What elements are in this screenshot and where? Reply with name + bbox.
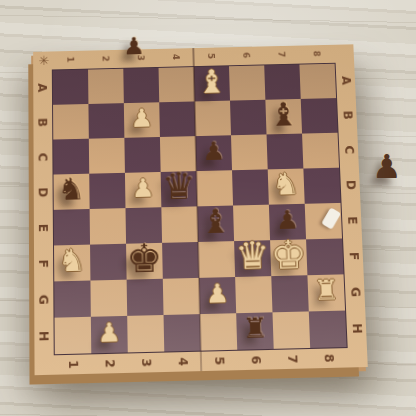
square-c6[interactable] bbox=[231, 134, 268, 170]
square-g6[interactable] bbox=[235, 276, 272, 313]
white-pawn-b3[interactable]: ♟ bbox=[130, 105, 153, 130]
square-h1[interactable] bbox=[55, 317, 92, 354]
square-c7[interactable] bbox=[267, 134, 304, 170]
square-b6[interactable] bbox=[230, 100, 267, 136]
square-b2[interactable] bbox=[88, 103, 124, 139]
square-d1[interactable]: ♞ bbox=[54, 174, 90, 210]
square-a4[interactable] bbox=[159, 67, 195, 102]
square-e1[interactable] bbox=[54, 209, 90, 245]
square-g2[interactable] bbox=[90, 280, 127, 317]
square-h3[interactable] bbox=[127, 315, 164, 352]
square-b7[interactable]: ♝ bbox=[265, 99, 302, 135]
square-c3[interactable] bbox=[124, 137, 160, 173]
square-b4[interactable] bbox=[159, 101, 195, 137]
dark-pawn-e7[interactable]: ♟ bbox=[275, 207, 299, 233]
white-pawn-h2[interactable]: ♟ bbox=[97, 319, 121, 346]
chess-board: ✳ 12345678 12345678 ABCDEFGH ABCDEFGH ♝♟… bbox=[33, 44, 368, 375]
square-f7[interactable]: ♚ bbox=[270, 239, 307, 276]
square-b3[interactable]: ♟ bbox=[124, 102, 160, 138]
square-f5[interactable] bbox=[198, 241, 235, 278]
square-h7[interactable] bbox=[272, 311, 310, 348]
square-a8[interactable] bbox=[299, 64, 336, 99]
square-a5[interactable]: ♝ bbox=[194, 66, 230, 101]
square-a1[interactable] bbox=[53, 70, 89, 105]
white-pawn-d3[interactable]: ♟ bbox=[131, 175, 155, 201]
square-a3[interactable] bbox=[123, 68, 159, 103]
square-g7[interactable] bbox=[271, 275, 309, 312]
square-d2[interactable] bbox=[89, 173, 125, 209]
square-g1[interactable] bbox=[54, 281, 91, 318]
dark-pawn-c5[interactable]: ♟ bbox=[202, 138, 226, 164]
square-d3[interactable]: ♟ bbox=[125, 172, 161, 208]
captured-dark-pawn[interactable]: ♟ bbox=[372, 150, 402, 183]
square-h2[interactable]: ♟ bbox=[91, 316, 128, 353]
square-c2[interactable] bbox=[89, 138, 125, 174]
dark-king-f3[interactable]: ♚ bbox=[126, 238, 163, 278]
square-f3[interactable]: ♚ bbox=[126, 243, 163, 280]
square-f8[interactable] bbox=[306, 238, 343, 275]
white-knight-d7[interactable]: ♞ bbox=[272, 169, 301, 200]
square-c5[interactable]: ♟ bbox=[195, 135, 232, 171]
square-d4[interactable]: ♛ bbox=[161, 171, 198, 207]
square-e5[interactable]: ♝ bbox=[197, 206, 234, 242]
dark-bishop-e5[interactable]: ♝ bbox=[200, 204, 231, 238]
square-b8[interactable] bbox=[301, 98, 338, 133]
white-rook-g8[interactable]: ♜ bbox=[313, 276, 339, 305]
square-g4[interactable] bbox=[163, 278, 200, 315]
dark-pawn-on-border[interactable]: ♟ bbox=[123, 34, 145, 58]
square-h5[interactable] bbox=[200, 313, 237, 350]
square-c1[interactable] bbox=[53, 139, 89, 175]
white-knight-f1[interactable]: ♞ bbox=[58, 245, 86, 276]
square-e2[interactable] bbox=[90, 208, 126, 244]
corner-star-icon: ✳ bbox=[36, 53, 52, 69]
dark-queen-d4[interactable]: ♛ bbox=[162, 167, 197, 205]
square-g8[interactable]: ♜ bbox=[307, 274, 345, 311]
square-c8[interactable] bbox=[302, 133, 339, 169]
square-a2[interactable] bbox=[88, 69, 124, 104]
square-d6[interactable] bbox=[232, 169, 269, 205]
dark-rook-h6[interactable]: ♜ bbox=[242, 314, 268, 343]
white-queen-f6[interactable]: ♛ bbox=[235, 236, 270, 274]
square-a6[interactable] bbox=[229, 65, 265, 100]
square-g3[interactable] bbox=[127, 279, 164, 316]
square-h6[interactable]: ♜ bbox=[236, 312, 274, 349]
square-h4[interactable] bbox=[164, 314, 201, 351]
square-f2[interactable] bbox=[90, 244, 127, 281]
file-labels-left: ABCDEFGH bbox=[34, 70, 52, 354]
square-f6[interactable]: ♛ bbox=[234, 240, 271, 277]
square-g5[interactable]: ♟ bbox=[199, 277, 236, 314]
floor: ✳ 12345678 12345678 ABCDEFGH ABCDEFGH ♝♟… bbox=[0, 0, 416, 416]
square-d7[interactable]: ♞ bbox=[268, 169, 305, 205]
white-pawn-g5[interactable]: ♟ bbox=[205, 280, 229, 307]
square-h8[interactable] bbox=[309, 311, 347, 348]
square-b1[interactable] bbox=[53, 104, 89, 140]
board-surface: ✳ 12345678 12345678 ABCDEFGH ABCDEFGH ♝♟… bbox=[33, 44, 368, 375]
square-d8[interactable] bbox=[303, 168, 340, 204]
dark-knight-d1[interactable]: ♞ bbox=[58, 174, 86, 205]
square-b5[interactable] bbox=[195, 101, 231, 137]
white-king-f7[interactable]: ♚ bbox=[270, 234, 307, 274]
white-bishop-a5[interactable]: ♝ bbox=[196, 65, 227, 98]
square-f1[interactable]: ♞ bbox=[54, 245, 90, 282]
square-f4[interactable] bbox=[162, 242, 199, 279]
dark-bishop-b7[interactable]: ♝ bbox=[268, 98, 299, 131]
square-e4[interactable] bbox=[161, 206, 198, 242]
